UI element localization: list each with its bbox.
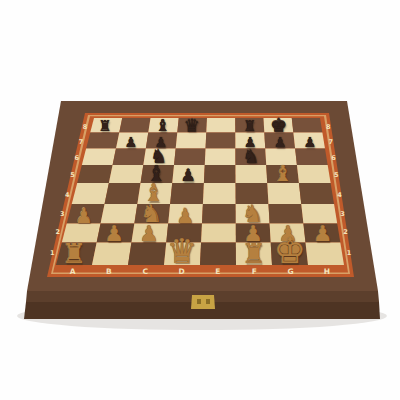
square-b6 — [113, 149, 146, 166]
square-d7 — [176, 133, 207, 149]
square-d1 — [164, 243, 201, 266]
square-f2 — [236, 224, 271, 243]
square-f3 — [236, 204, 270, 224]
rank-label-right-1: 1 — [347, 249, 352, 257]
square-e2 — [201, 224, 236, 243]
square-g3 — [268, 204, 303, 224]
square-d6 — [174, 149, 206, 166]
square-a2 — [62, 224, 101, 243]
rank-label-left-4: 4 — [65, 191, 70, 199]
square-c5 — [141, 165, 174, 183]
chessboard-photo: ABCDEFGH1122334455667788 ♜♝♛♜♚♟♟♟♟♟♞♞♝♟♝… — [0, 0, 400, 400]
hinge-screw-left — [197, 299, 201, 304]
square-g2 — [270, 224, 306, 243]
rank-label-left-8: 8 — [83, 123, 88, 131]
square-d4 — [170, 183, 204, 204]
rank-label-right-4: 4 — [337, 191, 342, 199]
square-f5 — [235, 165, 267, 183]
square-c3 — [134, 204, 170, 224]
square-g5 — [266, 165, 299, 183]
square-a7 — [86, 133, 119, 149]
rank-label-left-1: 1 — [50, 249, 55, 257]
rank-label-right-8: 8 — [326, 123, 331, 131]
rank-label-right-5: 5 — [334, 171, 339, 179]
square-e5 — [204, 165, 236, 183]
square-h6 — [295, 149, 328, 166]
square-b7 — [116, 133, 148, 149]
square-e1 — [200, 243, 236, 266]
square-c8 — [148, 118, 178, 133]
square-g6 — [265, 149, 297, 166]
rank-label-right-6: 6 — [331, 154, 336, 162]
rank-label-right-7: 7 — [328, 138, 333, 146]
square-c2 — [131, 224, 168, 243]
rank-label-right-2: 2 — [343, 228, 348, 236]
square-e3 — [202, 204, 236, 224]
square-f6 — [235, 149, 266, 166]
square-h1 — [306, 243, 344, 266]
square-e7 — [206, 133, 236, 149]
square-a6 — [82, 149, 116, 166]
square-a8 — [90, 118, 122, 133]
file-label-h: H — [324, 267, 330, 276]
square-b3 — [101, 204, 138, 224]
rank-label-left-3: 3 — [60, 210, 65, 218]
square-h7 — [293, 133, 325, 149]
square-h4 — [299, 183, 334, 204]
square-e4 — [203, 183, 236, 204]
square-c7 — [146, 133, 177, 149]
file-label-c: C — [142, 267, 148, 276]
square-h3 — [301, 204, 337, 224]
square-b1 — [92, 243, 131, 266]
square-a3 — [67, 204, 105, 224]
file-label-g: G — [287, 267, 293, 276]
square-d5 — [172, 165, 205, 183]
square-g4 — [267, 183, 301, 204]
rank-label-left-5: 5 — [70, 171, 75, 179]
square-b2 — [97, 224, 135, 243]
rank-label-right-3: 3 — [340, 210, 345, 218]
square-e6 — [205, 149, 236, 166]
square-g7 — [264, 133, 295, 149]
square-h2 — [303, 224, 340, 243]
file-label-f: F — [252, 267, 257, 276]
file-label-e: E — [215, 267, 220, 276]
rank-label-left-6: 6 — [75, 154, 80, 162]
file-label-a: A — [70, 267, 76, 276]
square-c6 — [143, 149, 175, 166]
square-b8 — [119, 118, 150, 133]
square-c4 — [137, 183, 172, 204]
square-f1 — [236, 243, 272, 266]
square-d3 — [168, 204, 203, 224]
hinge-screw-right — [206, 299, 210, 304]
square-h8 — [292, 118, 323, 133]
square-d8 — [177, 118, 207, 133]
square-a4 — [72, 183, 109, 204]
square-g8 — [264, 118, 294, 133]
rank-label-left-7: 7 — [79, 138, 84, 146]
file-label-b: B — [106, 267, 112, 276]
square-a1 — [56, 243, 97, 266]
square-a5 — [77, 165, 112, 183]
rank-label-left-2: 2 — [56, 228, 61, 236]
brass-hinge-icon — [191, 295, 215, 309]
square-d2 — [166, 224, 202, 243]
square-b4 — [105, 183, 141, 204]
square-g1 — [271, 243, 308, 266]
file-label-d: D — [178, 267, 184, 276]
chess-board: ABCDEFGH1122334455667788 — [0, 0, 400, 400]
square-f4 — [236, 183, 269, 204]
square-c1 — [128, 243, 166, 266]
square-f7 — [235, 133, 265, 149]
square-e8 — [206, 118, 235, 133]
square-f8 — [235, 118, 264, 133]
square-h5 — [297, 165, 331, 183]
square-b5 — [109, 165, 143, 183]
